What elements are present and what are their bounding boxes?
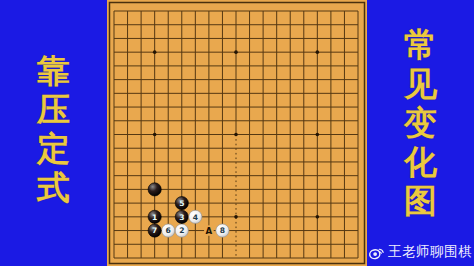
star-point [234, 50, 238, 54]
board-frame [110, 3, 365, 264]
go-board: 12345678A [107, 0, 367, 266]
stone-E3: 6 [162, 224, 175, 237]
svg-text:4: 4 [193, 213, 198, 222]
title-char: 压 [37, 91, 70, 130]
stone-D6 [148, 183, 161, 196]
svg-text:8: 8 [220, 226, 225, 235]
watermark-text: 王老师聊围棋 [388, 243, 472, 261]
stone-J3: 8 [216, 224, 229, 237]
title-char: 定 [37, 130, 70, 169]
star-point [316, 215, 320, 219]
stone-F4: 3 [175, 210, 188, 223]
watermark: 王老师聊围棋 [368, 243, 472, 261]
title-char: 常 [404, 26, 437, 65]
svg-text:6: 6 [166, 226, 171, 235]
svg-text:1: 1 [152, 213, 157, 222]
stone-G4: 4 [189, 210, 202, 223]
go-board-grid: 12345678A [107, 0, 367, 266]
title-char: 化 [404, 143, 437, 182]
stone-F5: 5 [175, 197, 188, 210]
title-char: 见 [404, 65, 437, 104]
stone-F3: 2 [175, 224, 188, 237]
title-char: 图 [404, 182, 437, 221]
star-point [153, 133, 157, 137]
left-title-panel: 靠压定式 [0, 0, 107, 266]
video-frame: 靠压定式 12345678A 常见变化图 王老师聊围棋 [0, 0, 474, 266]
right-title: 常见变化图 [367, 0, 474, 221]
svg-text:3: 3 [179, 213, 184, 222]
star-point [153, 50, 157, 54]
stone-D3: 7 [148, 224, 161, 237]
svg-text:2: 2 [179, 226, 184, 235]
right-title-panel: 常见变化图 王老师聊围棋 [367, 0, 474, 266]
weibo-icon [368, 244, 385, 261]
point-label-A: A [204, 225, 214, 236]
star-point [234, 215, 238, 219]
svg-text:A: A [206, 226, 213, 236]
svg-text:7: 7 [152, 226, 157, 235]
left-title: 靠压定式 [0, 0, 107, 208]
svg-text:5: 5 [179, 199, 184, 208]
title-char: 式 [37, 169, 70, 208]
title-char: 靠 [37, 52, 70, 91]
star-point [316, 133, 320, 137]
title-char: 变 [404, 104, 437, 143]
star-point [316, 50, 320, 54]
star-point [234, 133, 238, 137]
stone-D4: 1 [148, 210, 161, 223]
